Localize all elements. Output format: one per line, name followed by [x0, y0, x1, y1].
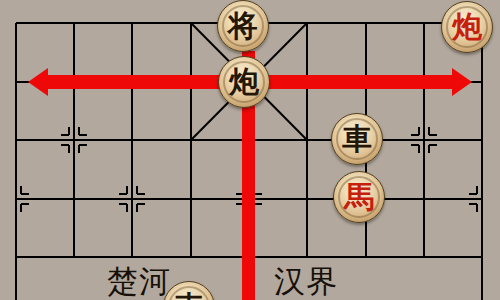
- piece-black-chariot[interactable]: 車: [331, 113, 383, 165]
- river-label-right: 汉界: [274, 266, 338, 297]
- piece-red-horse[interactable]: 馬: [333, 171, 385, 223]
- cannon-arrow-left-head: [28, 68, 48, 96]
- cannon-arrow-right: [244, 75, 452, 89]
- xiangqi-board: 将炮炮車馬車 楚河 汉界: [0, 0, 500, 300]
- black-chariot-glyph: 車: [342, 124, 372, 154]
- red-horse-glyph: 馬: [344, 182, 374, 212]
- cannon-arrow-left: [47, 75, 244, 89]
- black-cannon-glyph: 炮: [229, 67, 259, 97]
- piece-black-cannon[interactable]: 炮: [218, 56, 270, 108]
- cannon-arrow-right-head: [452, 68, 472, 96]
- piece-red-cannon[interactable]: 炮: [441, 1, 493, 53]
- partial-piece-glyph: 車: [174, 292, 204, 300]
- red-cannon-glyph: 炮: [452, 12, 482, 42]
- piece-black-general[interactable]: 将: [217, 0, 269, 52]
- river-label-left: 楚河: [107, 266, 171, 297]
- black-general-glyph: 将: [228, 11, 258, 41]
